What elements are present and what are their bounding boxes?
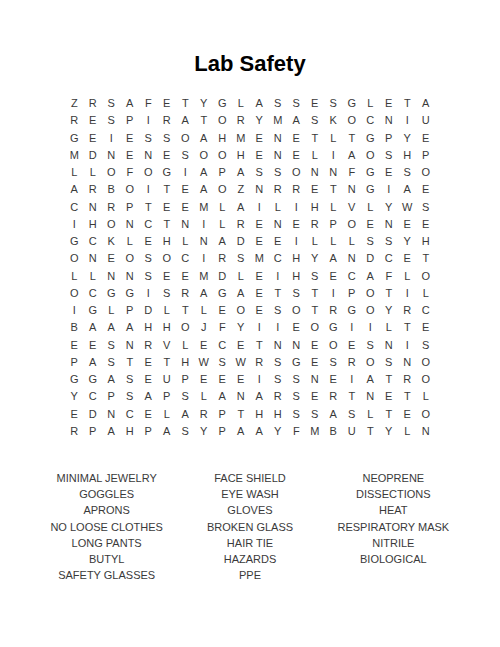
grid-cell-r20c5: P — [139, 423, 158, 440]
grid-cell-r18c4: S — [121, 388, 140, 405]
word-list-column-2: FACE SHIELDEYE WASHGLOVESBROKEN GLASSHAI… — [178, 470, 321, 583]
grid-cell-r9c13: I — [287, 233, 306, 250]
grid-cell-r19c18: T — [380, 406, 399, 423]
grid-cell-r8c8: I — [195, 216, 214, 233]
word-list-column-1: MINIMAL JEWELRYGOGGLESAPRONSNO LOOSE CLO… — [35, 470, 178, 583]
grid-cell-r12c13: S — [287, 285, 306, 302]
grid-cell-r12c17: O — [361, 285, 380, 302]
grid-cell-r10c7: C — [176, 250, 195, 267]
grid-cell-r11c15: E — [324, 268, 343, 285]
grid-cell-r1c16: G — [343, 95, 362, 112]
grid-cell-r10c20: T — [417, 250, 436, 267]
grid-cell-r2c14: S — [306, 112, 325, 129]
grid-cell-r13c20: C — [417, 302, 436, 319]
grid-cell-r18c3: P — [102, 388, 121, 405]
grid-cell-r18c1: Y — [65, 388, 84, 405]
grid-cell-r18c17: N — [361, 388, 380, 405]
grid-cell-r16c1: P — [65, 354, 84, 371]
grid-cell-r17c7: P — [176, 371, 195, 388]
grid-cell-r19c12: H — [269, 406, 288, 423]
grid-cell-r17c4: S — [121, 371, 140, 388]
grid-cell-r14c5: H — [139, 319, 158, 336]
grid-cell-r6c19: A — [398, 181, 417, 198]
grid-cell-r7c13: I — [287, 199, 306, 216]
grid-cell-r5c14: N — [306, 164, 325, 181]
worksheet-page: Lab Safety ZRSAFETYGLASSESGLETARESPIRATO… — [0, 0, 500, 647]
grid-cell-r18c2: C — [84, 388, 103, 405]
grid-cell-r20c16: U — [343, 423, 362, 440]
grid-cell-r20c10: A — [232, 423, 251, 440]
grid-cell-r4c2: D — [84, 147, 103, 164]
page-title: Lab Safety — [0, 51, 500, 77]
grid-cell-r7c16: V — [343, 199, 362, 216]
grid-cell-r20c11: A — [250, 423, 269, 440]
grid-cell-r17c8: E — [195, 371, 214, 388]
grid-cell-r2c17: C — [361, 112, 380, 129]
grid-cell-r8c15: P — [324, 216, 343, 233]
grid-cell-r5c5: O — [139, 164, 158, 181]
grid-cell-r6c18: I — [380, 181, 399, 198]
grid-cell-r17c3: A — [102, 371, 121, 388]
grid-cell-r17c9: E — [213, 371, 232, 388]
word-list-column-3: NEOPRENEDISSECTIONSHEATRESPIRATORY MASKN… — [322, 470, 465, 567]
grid-cell-r16c9: S — [213, 354, 232, 371]
grid-cell-r5c6: G — [158, 164, 177, 181]
grid-cell-r10c15: A — [324, 250, 343, 267]
grid-cell-r19c7: A — [176, 406, 195, 423]
grid-cell-r4c18: S — [380, 147, 399, 164]
grid-cell-r7c20: S — [417, 199, 436, 216]
grid-cell-r3c2: E — [84, 130, 103, 147]
grid-cell-r8c7: N — [176, 216, 195, 233]
word-list-item: SAFETY GLASSES — [35, 567, 178, 583]
grid-cell-r14c11: I — [250, 319, 269, 336]
grid-cell-r6c1: A — [65, 181, 84, 198]
grid-cell-r20c12: Y — [269, 423, 288, 440]
grid-cell-r6c8: A — [195, 181, 214, 198]
grid-cell-r1c6: E — [158, 95, 177, 112]
grid-cell-r1c10: L — [232, 95, 251, 112]
grid-cell-r9c15: L — [324, 233, 343, 250]
grid-cell-r16c4: T — [121, 354, 140, 371]
grid-cell-r20c19: L — [398, 423, 417, 440]
grid-cell-r16c18: S — [380, 354, 399, 371]
grid-cell-r16c13: G — [287, 354, 306, 371]
grid-cell-r7c3: R — [102, 199, 121, 216]
grid-cell-r3c8: A — [195, 130, 214, 147]
grid-cell-r19c5: E — [139, 406, 158, 423]
grid-cell-r10c19: E — [398, 250, 417, 267]
grid-cell-r14c2: A — [84, 319, 103, 336]
grid-cell-r16c19: N — [398, 354, 417, 371]
grid-cell-r19c6: L — [158, 406, 177, 423]
grid-cell-r3c14: T — [306, 130, 325, 147]
grid-cell-r11c20: O — [417, 268, 436, 285]
grid-cell-r8c10: R — [232, 216, 251, 233]
word-list-item: GOGGLES — [35, 486, 178, 502]
grid-cell-r4c14: L — [306, 147, 325, 164]
grid-cell-r20c1: R — [65, 423, 84, 440]
grid-cell-r13c7: T — [176, 302, 195, 319]
grid-cell-r15c17: S — [361, 337, 380, 354]
grid-cell-r7c11: I — [250, 199, 269, 216]
grid-cell-r17c6: U — [158, 371, 177, 388]
grid-cell-r14c9: F — [213, 319, 232, 336]
grid-cell-r5c15: N — [324, 164, 343, 181]
grid-cell-r17c20: O — [417, 371, 436, 388]
grid-cell-r3c9: H — [213, 130, 232, 147]
grid-cell-r10c6: O — [158, 250, 177, 267]
grid-cell-r14c14: O — [306, 319, 325, 336]
grid-cell-r11c11: E — [250, 268, 269, 285]
grid-cell-r9c2: C — [84, 233, 103, 250]
grid-cell-r19c20: O — [417, 406, 436, 423]
grid-cell-r4c4: E — [121, 147, 140, 164]
grid-cell-r6c14: E — [306, 181, 325, 198]
grid-cell-r18c8: L — [195, 388, 214, 405]
word-list-item: RESPIRATORY MASK — [322, 519, 465, 535]
grid-cell-r9c7: L — [176, 233, 195, 250]
grid-cell-r20c7: S — [176, 423, 195, 440]
grid-cell-r17c5: E — [139, 371, 158, 388]
grid-cell-r14c10: Y — [232, 319, 251, 336]
grid-cell-r2c11: Y — [250, 112, 269, 129]
grid-cell-r15c14: E — [306, 337, 325, 354]
grid-cell-r13c16: G — [343, 302, 362, 319]
grid-cell-r12c1: O — [65, 285, 84, 302]
grid-cell-r17c2: G — [84, 371, 103, 388]
grid-cell-r20c3: A — [102, 423, 121, 440]
grid-cell-r7c18: Y — [380, 199, 399, 216]
grid-cell-r1c1: Z — [65, 95, 84, 112]
grid-cell-r9c4: L — [121, 233, 140, 250]
grid-cell-r11c18: F — [380, 268, 399, 285]
grid-cell-r18c11: A — [250, 388, 269, 405]
grid-cell-r5c11: S — [250, 164, 269, 181]
grid-cell-r18c16: T — [343, 388, 362, 405]
grid-cell-r14c17: I — [361, 319, 380, 336]
grid-cell-r15c16: E — [343, 337, 362, 354]
grid-cell-r13c6: L — [158, 302, 177, 319]
grid-cell-r2c13: A — [287, 112, 306, 129]
grid-cell-r16c2: A — [84, 354, 103, 371]
grid-cell-r18c19: T — [398, 388, 417, 405]
grid-cell-r7c9: L — [213, 199, 232, 216]
grid-cell-r9c9: A — [213, 233, 232, 250]
grid-cell-r9c17: S — [361, 233, 380, 250]
grid-cell-r2c6: R — [158, 112, 177, 129]
grid-cell-r14c16: I — [343, 319, 362, 336]
grid-cell-r17c1: G — [65, 371, 84, 388]
grid-cell-r14c19: T — [398, 319, 417, 336]
grid-cell-r3c5: S — [139, 130, 158, 147]
grid-cell-r11c2: L — [84, 268, 103, 285]
word-list-item: LONG PANTS — [35, 535, 178, 551]
grid-cell-r5c17: G — [361, 164, 380, 181]
grid-cell-r6c17: G — [361, 181, 380, 198]
word-list-item: BIOLOGICAL — [322, 551, 465, 567]
grid-cell-r4c10: H — [232, 147, 251, 164]
grid-cell-r6c20: E — [417, 181, 436, 198]
grid-cell-r3c6: S — [158, 130, 177, 147]
grid-cell-r12c3: G — [102, 285, 121, 302]
grid-cell-r3c10: M — [232, 130, 251, 147]
grid-cell-r5c19: S — [398, 164, 417, 181]
grid-cell-r3c20: E — [417, 130, 436, 147]
grid-cell-r10c13: H — [287, 250, 306, 267]
grid-cell-r17c11: I — [250, 371, 269, 388]
grid-cell-r8c19: E — [398, 216, 417, 233]
grid-cell-r7c6: E — [158, 199, 177, 216]
grid-cell-r16c12: S — [269, 354, 288, 371]
grid-cell-r20c4: H — [121, 423, 140, 440]
grid-cell-r13c5: D — [139, 302, 158, 319]
grid-cell-r12c7: R — [176, 285, 195, 302]
grid-cell-r18c14: E — [306, 388, 325, 405]
grid-cell-r4c3: N — [102, 147, 121, 164]
grid-cell-r18c7: S — [176, 388, 195, 405]
grid-cell-r2c20: U — [417, 112, 436, 129]
grid-cell-r8c5: C — [139, 216, 158, 233]
grid-cell-r3c19: Y — [398, 130, 417, 147]
grid-cell-r5c4: F — [121, 164, 140, 181]
grid-cell-r11c13: H — [287, 268, 306, 285]
grid-cell-r15c5: R — [139, 337, 158, 354]
grid-cell-r5c10: A — [232, 164, 251, 181]
grid-cell-r13c10: O — [232, 302, 251, 319]
grid-cell-r5c7: I — [176, 164, 195, 181]
grid-cell-r9c1: G — [65, 233, 84, 250]
grid-cell-r1c14: E — [306, 95, 325, 112]
grid-cell-r4c6: E — [158, 147, 177, 164]
grid-cell-r1c8: Y — [195, 95, 214, 112]
grid-cell-r11c9: D — [213, 268, 232, 285]
grid-cell-r15c1: E — [65, 337, 84, 354]
grid-cell-r9c18: S — [380, 233, 399, 250]
grid-cell-r18c15: R — [324, 388, 343, 405]
word-list-item: BUTYL — [35, 551, 178, 567]
grid-cell-r6c2: R — [84, 181, 103, 198]
grid-cell-r11c19: L — [398, 268, 417, 285]
grid-cell-r19c14: S — [306, 406, 325, 423]
grid-cell-r16c17: O — [361, 354, 380, 371]
grid-cell-r20c8: Y — [195, 423, 214, 440]
grid-cell-r9c11: E — [250, 233, 269, 250]
grid-cell-r11c4: N — [121, 268, 140, 285]
grid-cell-r19c2: D — [84, 406, 103, 423]
grid-cell-r2c16: O — [343, 112, 362, 129]
grid-cell-r8c6: T — [158, 216, 177, 233]
word-list-item: APRONS — [35, 502, 178, 518]
grid-cell-r13c3: L — [102, 302, 121, 319]
grid-cell-r13c13: O — [287, 302, 306, 319]
grid-cell-r7c5: T — [139, 199, 158, 216]
grid-cell-r13c15: R — [324, 302, 343, 319]
grid-cell-r3c12: N — [269, 130, 288, 147]
grid-cell-r3c15: L — [324, 130, 343, 147]
grid-cell-r12c18: T — [380, 285, 399, 302]
grid-cell-r5c12: S — [269, 164, 288, 181]
grid-cell-r18c20: L — [417, 388, 436, 405]
grid-cell-r6c3: B — [102, 181, 121, 198]
grid-cell-r13c17: O — [361, 302, 380, 319]
grid-cell-r10c11: M — [250, 250, 269, 267]
grid-cell-r12c11: E — [250, 285, 269, 302]
word-list-item: HEAT — [322, 502, 465, 518]
grid-cell-r6c10: Z — [232, 181, 251, 198]
grid-cell-r14c20: E — [417, 319, 436, 336]
grid-cell-r8c14: R — [306, 216, 325, 233]
grid-cell-r14c15: G — [324, 319, 343, 336]
grid-cell-r8c3: O — [102, 216, 121, 233]
grid-cell-r20c15: B — [324, 423, 343, 440]
word-list-item: NEOPRENE — [322, 470, 465, 486]
grid-cell-r19c17: L — [361, 406, 380, 423]
grid-cell-r15c19: I — [398, 337, 417, 354]
grid-cell-r13c12: S — [269, 302, 288, 319]
grid-cell-r10c17: D — [361, 250, 380, 267]
grid-cell-r17c16: I — [343, 371, 362, 388]
grid-cell-r6c5: I — [139, 181, 158, 198]
grid-cell-r17c12: S — [269, 371, 288, 388]
grid-cell-r19c4: C — [121, 406, 140, 423]
grid-cell-r5c1: L — [65, 164, 84, 181]
grid-cell-r9c3: K — [102, 233, 121, 250]
grid-cell-r8c2: H — [84, 216, 103, 233]
grid-cell-r9c19: Y — [398, 233, 417, 250]
grid-cell-r2c19: I — [398, 112, 417, 129]
grid-cell-r5c16: F — [343, 164, 362, 181]
grid-cell-r14c12: I — [269, 319, 288, 336]
grid-cell-r19c19: E — [398, 406, 417, 423]
grid-cell-r12c14: T — [306, 285, 325, 302]
grid-cell-r11c17: A — [361, 268, 380, 285]
grid-cell-r6c4: O — [121, 181, 140, 198]
grid-cell-r15c18: N — [380, 337, 399, 354]
grid-cell-r4c13: E — [287, 147, 306, 164]
grid-cell-r10c18: C — [380, 250, 399, 267]
grid-cell-r2c4: P — [121, 112, 140, 129]
grid-cell-r17c14: N — [306, 371, 325, 388]
grid-cell-r15c8: E — [195, 337, 214, 354]
grid-cell-r16c15: S — [324, 354, 343, 371]
grid-cell-r9c20: H — [417, 233, 436, 250]
grid-cell-r19c3: N — [102, 406, 121, 423]
grid-cell-r15c4: N — [121, 337, 140, 354]
grid-cell-r10c12: C — [269, 250, 288, 267]
grid-cell-r17c19: R — [398, 371, 417, 388]
grid-cell-r11c14: S — [306, 268, 325, 285]
grid-cell-r8c9: L — [213, 216, 232, 233]
grid-cell-r16c6: T — [158, 354, 177, 371]
grid-cell-r11c6: E — [158, 268, 177, 285]
grid-cell-r4c20: P — [417, 147, 436, 164]
grid-cell-r18c13: S — [287, 388, 306, 405]
grid-cell-r1c13: S — [287, 95, 306, 112]
grid-cell-r16c14: E — [306, 354, 325, 371]
grid-cell-r3c11: E — [250, 130, 269, 147]
grid-cell-r9c16: L — [343, 233, 362, 250]
grid-cell-r2c10: R — [232, 112, 251, 129]
grid-cell-r7c4: P — [121, 199, 140, 216]
word-list-item: GLOVES — [178, 502, 321, 518]
word-list-item: NITRILE — [322, 535, 465, 551]
grid-cell-r5c20: O — [417, 164, 436, 181]
grid-cell-r1c3: S — [102, 95, 121, 112]
grid-cell-r9c5: E — [139, 233, 158, 250]
grid-cell-r5c13: O — [287, 164, 306, 181]
grid-cell-r20c6: A — [158, 423, 177, 440]
grid-cell-r7c17: L — [361, 199, 380, 216]
grid-cell-r6c11: N — [250, 181, 269, 198]
grid-cell-r3c17: G — [361, 130, 380, 147]
grid-cell-r19c16: S — [343, 406, 362, 423]
grid-cell-r12c15: I — [324, 285, 343, 302]
grid-cell-r2c15: K — [324, 112, 343, 129]
grid-cell-r14c18: L — [380, 319, 399, 336]
grid-cell-r12c19: I — [398, 285, 417, 302]
grid-cell-r7c2: N — [84, 199, 103, 216]
grid-cell-r15c7: L — [176, 337, 195, 354]
grid-cell-r16c16: R — [343, 354, 362, 371]
grid-cell-r3c18: P — [380, 130, 399, 147]
grid-cell-r2c1: R — [65, 112, 84, 129]
grid-cell-r16c7: H — [176, 354, 195, 371]
grid-cell-r19c8: R — [195, 406, 214, 423]
grid-cell-r10c3: E — [102, 250, 121, 267]
grid-cell-r18c12: R — [269, 388, 288, 405]
grid-cell-r11c16: C — [343, 268, 362, 285]
grid-cell-r1c19: T — [398, 95, 417, 112]
grid-cell-r18c6: P — [158, 388, 177, 405]
grid-cell-r13c19: R — [398, 302, 417, 319]
grid-cell-r4c8: O — [195, 147, 214, 164]
grid-cell-r20c20: N — [417, 423, 436, 440]
grid-cell-r1c7: T — [176, 95, 195, 112]
grid-cell-r1c4: A — [121, 95, 140, 112]
grid-cell-r5c18: E — [380, 164, 399, 181]
grid-cell-r20c2: P — [84, 423, 103, 440]
grid-cell-r8c16: O — [343, 216, 362, 233]
grid-cell-r7c10: A — [232, 199, 251, 216]
grid-cell-r3c1: G — [65, 130, 84, 147]
grid-cell-r8c11: E — [250, 216, 269, 233]
grid-cell-r1c9: G — [213, 95, 232, 112]
grid-cell-r10c8: I — [195, 250, 214, 267]
grid-cell-r1c17: L — [361, 95, 380, 112]
grid-cell-r12c16: P — [343, 285, 362, 302]
grid-cell-r15c11: T — [250, 337, 269, 354]
grid-cell-r8c17: E — [361, 216, 380, 233]
grid-cell-r5c8: A — [195, 164, 214, 181]
grid-cell-r13c9: E — [213, 302, 232, 319]
grid-cell-r10c14: Y — [306, 250, 325, 267]
grid-cell-r12c2: C — [84, 285, 103, 302]
grid-cell-r9c10: D — [232, 233, 251, 250]
grid-cell-r10c9: R — [213, 250, 232, 267]
grid-cell-r17c15: E — [324, 371, 343, 388]
grid-cell-r8c20: E — [417, 216, 436, 233]
grid-cell-r17c13: S — [287, 371, 306, 388]
word-list-item: MINIMAL JEWELRY — [35, 470, 178, 486]
word-list-item: HAZARDS — [178, 551, 321, 567]
grid-cell-r20c18: Y — [380, 423, 399, 440]
grid-cell-r14c3: A — [102, 319, 121, 336]
grid-cell-r11c8: M — [195, 268, 214, 285]
grid-cell-r7c15: L — [324, 199, 343, 216]
grid-cell-r14c13: E — [287, 319, 306, 336]
grid-cell-r3c4: E — [121, 130, 140, 147]
